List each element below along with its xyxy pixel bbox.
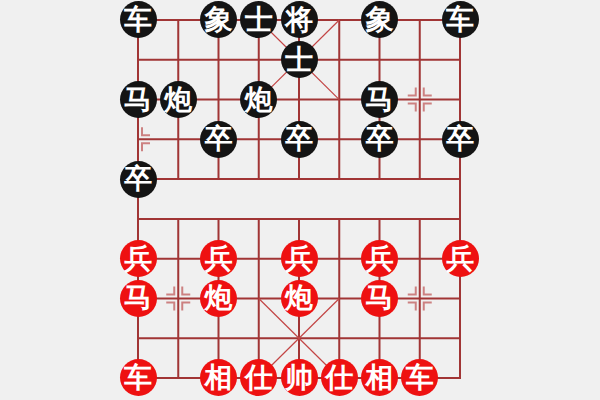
piece-red-horse[interactable]: 马 bbox=[361, 280, 398, 317]
piece-black-advisor[interactable]: 士 bbox=[281, 41, 318, 78]
piece-black-soldier[interactable]: 卒 bbox=[120, 161, 157, 198]
piece-black-soldier[interactable]: 卒 bbox=[442, 121, 479, 158]
piece-black-general[interactable]: 将 bbox=[281, 1, 318, 38]
piece-black-horse[interactable]: 马 bbox=[361, 81, 398, 118]
piece-black-elephant[interactable]: 象 bbox=[361, 1, 398, 38]
piece-red-chariot[interactable]: 车 bbox=[401, 359, 438, 396]
piece-black-chariot[interactable]: 车 bbox=[442, 1, 479, 38]
piece-black-cannon[interactable]: 炮 bbox=[240, 81, 277, 118]
piece-red-horse[interactable]: 马 bbox=[120, 280, 157, 317]
piece-black-cannon[interactable]: 炮 bbox=[160, 81, 197, 118]
piece-red-cannon[interactable]: 炮 bbox=[200, 280, 237, 317]
piece-red-chariot[interactable]: 车 bbox=[120, 359, 157, 396]
piece-red-soldier[interactable]: 兵 bbox=[361, 240, 398, 277]
app-background: 车象士将象车士马炮炮马卒卒卒卒卒兵兵兵兵兵马炮炮马车相仕帅仕相车 bbox=[0, 0, 600, 400]
piece-red-soldier[interactable]: 兵 bbox=[442, 240, 479, 277]
pieces-layer: 车象士将象车士马炮炮马卒卒卒卒卒兵兵兵兵兵马炮炮马车相仕帅仕相车 bbox=[118, 0, 480, 398]
piece-black-chariot[interactable]: 车 bbox=[120, 1, 157, 38]
xiangqi-board[interactable]: 车象士将象车士马炮炮马卒卒卒卒卒兵兵兵兵兵马炮炮马车相仕帅仕相车 bbox=[0, 0, 600, 400]
piece-black-soldier[interactable]: 卒 bbox=[361, 121, 398, 158]
piece-red-advisor[interactable]: 仕 bbox=[240, 359, 277, 396]
piece-red-soldier[interactable]: 兵 bbox=[120, 240, 157, 277]
piece-black-elephant[interactable]: 象 bbox=[200, 1, 237, 38]
piece-red-elephant[interactable]: 相 bbox=[361, 359, 398, 396]
piece-black-soldier[interactable]: 卒 bbox=[200, 121, 237, 158]
piece-red-advisor[interactable]: 仕 bbox=[321, 359, 358, 396]
piece-black-soldier[interactable]: 卒 bbox=[281, 121, 318, 158]
piece-red-elephant[interactable]: 相 bbox=[200, 359, 237, 396]
piece-red-soldier[interactable]: 兵 bbox=[200, 240, 237, 277]
piece-red-cannon[interactable]: 炮 bbox=[281, 280, 318, 317]
piece-red-soldier[interactable]: 兵 bbox=[281, 240, 318, 277]
piece-red-general[interactable]: 帅 bbox=[281, 359, 318, 396]
piece-black-advisor[interactable]: 士 bbox=[240, 1, 277, 38]
piece-black-horse[interactable]: 马 bbox=[120, 81, 157, 118]
